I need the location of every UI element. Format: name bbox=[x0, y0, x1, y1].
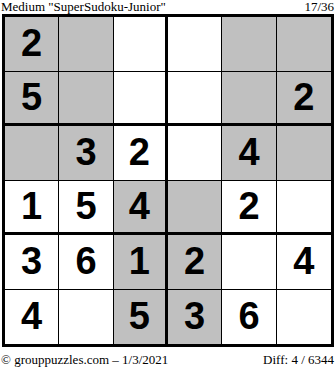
cell-r1c2-empty[interactable] bbox=[59, 17, 113, 72]
cell-r4c1-given-1: 1 bbox=[5, 181, 59, 236]
cell-r3c5-given-4: 4 bbox=[222, 126, 276, 181]
cell-r4c3-given-4: 4 bbox=[114, 181, 168, 236]
cell-r1c1-given-2: 2 bbox=[5, 17, 59, 72]
cell-r1c5-empty[interactable] bbox=[222, 17, 276, 72]
cell-r6c6-empty[interactable] bbox=[277, 290, 331, 345]
copyright-text: © grouppuzzles.com – 1/3/2021 bbox=[1, 353, 168, 367]
cell-r2c5-empty[interactable] bbox=[222, 72, 276, 127]
cell-r5c6-given-4: 4 bbox=[277, 235, 331, 290]
cell-r1c6-empty[interactable] bbox=[277, 17, 331, 72]
cell-r4c4-empty[interactable] bbox=[168, 181, 222, 236]
cell-r1c4-empty[interactable] bbox=[168, 17, 222, 72]
cell-r2c6-given-2: 2 bbox=[277, 72, 331, 127]
puzzle-title: Medium "SuperSudoku-Junior" bbox=[1, 0, 166, 13]
difficulty-text: Diff: 4 / 6344 bbox=[263, 353, 334, 367]
cell-r3c1-empty[interactable] bbox=[5, 126, 59, 181]
cell-r2c1-given-5: 5 bbox=[5, 72, 59, 127]
cell-r5c2-given-6: 6 bbox=[59, 235, 113, 290]
puzzle-counter: 17/36 bbox=[304, 0, 334, 13]
cell-r5c3-given-1: 1 bbox=[114, 235, 168, 290]
header: Medium "SuperSudoku-Junior" 17/36 bbox=[1, 0, 335, 13]
cell-r3c2-given-3: 3 bbox=[59, 126, 113, 181]
cell-r6c1-given-4: 4 bbox=[5, 290, 59, 345]
cell-r2c3-empty[interactable] bbox=[114, 72, 168, 127]
cell-r2c4-empty[interactable] bbox=[168, 72, 222, 127]
cell-r6c3-given-5: 5 bbox=[114, 290, 168, 345]
footer: © grouppuzzles.com – 1/3/2021 Diff: 4 / … bbox=[1, 353, 335, 367]
cell-r4c6-empty[interactable] bbox=[277, 181, 331, 236]
cell-r5c4-given-2: 2 bbox=[168, 235, 222, 290]
cell-r4c5-given-2: 2 bbox=[222, 181, 276, 236]
cell-r5c1-given-3: 3 bbox=[5, 235, 59, 290]
cell-r3c6-empty[interactable] bbox=[277, 126, 331, 181]
cell-r6c2-empty[interactable] bbox=[59, 290, 113, 345]
cell-r5c5-empty[interactable] bbox=[222, 235, 276, 290]
cell-r3c4-empty[interactable] bbox=[168, 126, 222, 181]
cell-r6c5-given-6: 6 bbox=[222, 290, 276, 345]
cell-r2c2-empty[interactable] bbox=[59, 72, 113, 127]
cell-r6c4-given-3: 3 bbox=[168, 290, 222, 345]
cell-r4c2-given-5: 5 bbox=[59, 181, 113, 236]
cell-r3c3-given-2: 2 bbox=[114, 126, 168, 181]
sudoku-grid: 2523241542361244536 bbox=[2, 14, 334, 347]
puzzle-page: Medium "SuperSudoku-Junior" 17/36 252324… bbox=[0, 0, 335, 367]
cell-r1c3-empty[interactable] bbox=[114, 17, 168, 72]
